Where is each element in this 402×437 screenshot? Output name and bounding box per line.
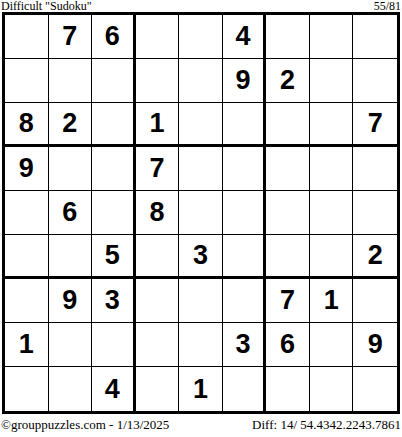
cell-r8c3-empty[interactable] <box>92 323 136 367</box>
cell-r3c1-given[interactable]: 8 <box>5 103 49 147</box>
cell-r8c1-given[interactable]: 1 <box>5 323 49 367</box>
puzzle-title: Difficult "Sudoku" <box>0 0 92 12</box>
cell-r1c1-empty[interactable] <box>5 15 49 59</box>
cell-r5c8-empty[interactable] <box>310 191 354 235</box>
cell-r1c4-empty[interactable] <box>136 15 180 59</box>
cell-r5c2-given[interactable]: 6 <box>49 191 93 235</box>
cell-r8c2-empty[interactable] <box>49 323 93 367</box>
cell-r4c7-empty[interactable] <box>266 147 310 191</box>
cell-r2c3-empty[interactable] <box>92 59 136 103</box>
sudoku-page: Difficult "Sudoku" 55/81 764928217976853… <box>0 0 402 437</box>
cell-r9c6-empty[interactable] <box>223 367 267 411</box>
cell-r7c6-empty[interactable] <box>223 279 267 323</box>
cell-r6c5-given[interactable]: 3 <box>179 235 223 279</box>
cell-r6c6-empty[interactable] <box>223 235 267 279</box>
cell-r7c8-given[interactable]: 1 <box>310 279 354 323</box>
cell-r2c6-given[interactable]: 9 <box>223 59 267 103</box>
cell-r4c6-empty[interactable] <box>223 147 267 191</box>
cell-r4c3-empty[interactable] <box>92 147 136 191</box>
cell-r8c4-empty[interactable] <box>136 323 180 367</box>
cell-r7c3-given[interactable]: 3 <box>92 279 136 323</box>
cell-r3c6-empty[interactable] <box>223 103 267 147</box>
footer: ©grouppuzzles.com - 1/13/2025 Diff: 14/ … <box>0 414 402 437</box>
cell-r4c8-empty[interactable] <box>310 147 354 191</box>
cell-r2c4-empty[interactable] <box>136 59 180 103</box>
cell-r6c7-empty[interactable] <box>266 235 310 279</box>
cell-r4c9-empty[interactable] <box>353 147 397 191</box>
cell-r1c9-empty[interactable] <box>353 15 397 59</box>
cell-r8c6-given[interactable]: 3 <box>223 323 267 367</box>
cell-r9c5-given[interactable]: 1 <box>179 367 223 411</box>
cell-r2c7-given[interactable]: 2 <box>266 59 310 103</box>
cell-r1c2-given[interactable]: 7 <box>49 15 93 59</box>
cell-r3c4-given[interactable]: 1 <box>136 103 180 147</box>
cell-r4c1-given[interactable]: 9 <box>5 147 49 191</box>
cell-r5c3-empty[interactable] <box>92 191 136 235</box>
cell-r6c1-empty[interactable] <box>5 235 49 279</box>
cell-r3c9-given[interactable]: 7 <box>353 103 397 147</box>
cell-r5c4-given[interactable]: 8 <box>136 191 180 235</box>
cell-r5c5-empty[interactable] <box>179 191 223 235</box>
cell-r3c2-given[interactable]: 2 <box>49 103 93 147</box>
cell-r5c6-empty[interactable] <box>223 191 267 235</box>
cell-r5c9-empty[interactable] <box>353 191 397 235</box>
cell-r1c3-given[interactable]: 6 <box>92 15 136 59</box>
cell-r2c9-empty[interactable] <box>353 59 397 103</box>
cell-r9c8-empty[interactable] <box>310 367 354 411</box>
cell-r3c8-empty[interactable] <box>310 103 354 147</box>
copyright-text: ©grouppuzzles.com - 1/13/2025 <box>0 416 169 434</box>
cell-r8c9-given[interactable]: 9 <box>353 323 397 367</box>
cell-r8c8-empty[interactable] <box>310 323 354 367</box>
sudoku-board: 76492821797685329371136941 <box>2 12 400 414</box>
cell-r6c3-given[interactable]: 5 <box>92 235 136 279</box>
cell-r7c1-empty[interactable] <box>5 279 49 323</box>
cell-r6c2-empty[interactable] <box>49 235 93 279</box>
cell-r9c3-given[interactable]: 4 <box>92 367 136 411</box>
cell-r4c2-empty[interactable] <box>49 147 93 191</box>
cell-r9c1-empty[interactable] <box>5 367 49 411</box>
cell-r3c3-empty[interactable] <box>92 103 136 147</box>
cell-r1c5-empty[interactable] <box>179 15 223 59</box>
difficulty-text: Diff: 14/ 54.4342.2243.7861 <box>252 416 402 434</box>
cell-r7c2-given[interactable]: 9 <box>49 279 93 323</box>
cell-r7c7-given[interactable]: 7 <box>266 279 310 323</box>
cell-r1c8-empty[interactable] <box>310 15 354 59</box>
cell-r2c2-empty[interactable] <box>49 59 93 103</box>
cell-r5c7-empty[interactable] <box>266 191 310 235</box>
cell-r2c8-empty[interactable] <box>310 59 354 103</box>
cell-r9c9-empty[interactable] <box>353 367 397 411</box>
cell-r2c5-empty[interactable] <box>179 59 223 103</box>
cell-r3c7-empty[interactable] <box>266 103 310 147</box>
cell-r1c7-empty[interactable] <box>266 15 310 59</box>
cell-r4c5-empty[interactable] <box>179 147 223 191</box>
cell-r2c1-empty[interactable] <box>5 59 49 103</box>
cell-r7c5-empty[interactable] <box>179 279 223 323</box>
cell-r9c7-empty[interactable] <box>266 367 310 411</box>
cell-r8c5-empty[interactable] <box>179 323 223 367</box>
cell-r3c5-empty[interactable] <box>179 103 223 147</box>
cell-r9c2-empty[interactable] <box>49 367 93 411</box>
cell-r6c4-empty[interactable] <box>136 235 180 279</box>
cell-r7c9-empty[interactable] <box>353 279 397 323</box>
empty-cell-counter: 55/81 <box>374 0 402 12</box>
cell-r6c8-empty[interactable] <box>310 235 354 279</box>
cell-r6c9-given[interactable]: 2 <box>353 235 397 279</box>
cell-r7c4-empty[interactable] <box>136 279 180 323</box>
header: Difficult "Sudoku" 55/81 <box>0 0 402 12</box>
cell-r5c1-empty[interactable] <box>5 191 49 235</box>
cell-r8c7-given[interactable]: 6 <box>266 323 310 367</box>
cell-r1c6-given[interactable]: 4 <box>223 15 267 59</box>
cell-r9c4-empty[interactable] <box>136 367 180 411</box>
cell-r4c4-given[interactable]: 7 <box>136 147 180 191</box>
